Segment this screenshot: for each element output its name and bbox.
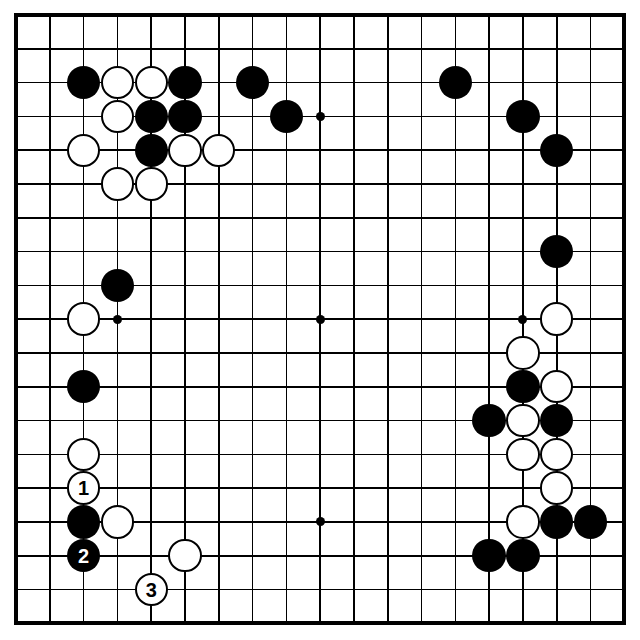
go-board: 123 [0, 0, 640, 640]
star-point [316, 517, 325, 526]
star-point [518, 315, 527, 324]
white-stone [67, 302, 100, 335]
white-stone [540, 471, 573, 504]
white-stone [168, 539, 201, 572]
black-stone [472, 404, 505, 437]
white-stone [101, 100, 134, 133]
black-stone [540, 505, 573, 538]
black-stone [472, 539, 505, 572]
white-stone [506, 336, 539, 369]
white-stone [101, 66, 134, 99]
white-stone [135, 66, 168, 99]
white-stone [506, 404, 539, 437]
black-stone [67, 370, 100, 403]
move-2-black-stone: 2 [67, 539, 100, 572]
black-stone [540, 134, 573, 167]
black-stone [540, 404, 573, 437]
go-diagram: 123 [0, 0, 640, 640]
black-stone [168, 66, 201, 99]
black-stone [135, 100, 168, 133]
move-1-white-stone: 1 [67, 471, 100, 504]
white-stone [506, 438, 539, 471]
star-point [316, 112, 325, 121]
white-stone [67, 438, 100, 471]
board-grid: 123 [0, 0, 640, 640]
star-point [316, 315, 325, 324]
white-stone [135, 167, 168, 200]
white-stone [540, 370, 573, 403]
black-stone [506, 100, 539, 133]
black-stone [270, 100, 303, 133]
white-stone [67, 134, 100, 167]
white-stone [540, 302, 573, 335]
black-stone [506, 539, 539, 572]
black-stone [135, 134, 168, 167]
black-stone [506, 370, 539, 403]
white-stone [101, 505, 134, 538]
black-stone [236, 66, 269, 99]
move-3-white-stone: 3 [135, 573, 168, 606]
black-stone [67, 505, 100, 538]
black-stone [101, 269, 134, 302]
white-stone [506, 505, 539, 538]
white-stone [168, 134, 201, 167]
black-stone [574, 505, 607, 538]
black-stone [540, 235, 573, 268]
black-stone [439, 66, 472, 99]
white-stone [540, 438, 573, 471]
white-stone [202, 134, 235, 167]
black-stone [67, 66, 100, 99]
black-stone [168, 100, 201, 133]
star-point [113, 315, 122, 324]
white-stone [101, 167, 134, 200]
